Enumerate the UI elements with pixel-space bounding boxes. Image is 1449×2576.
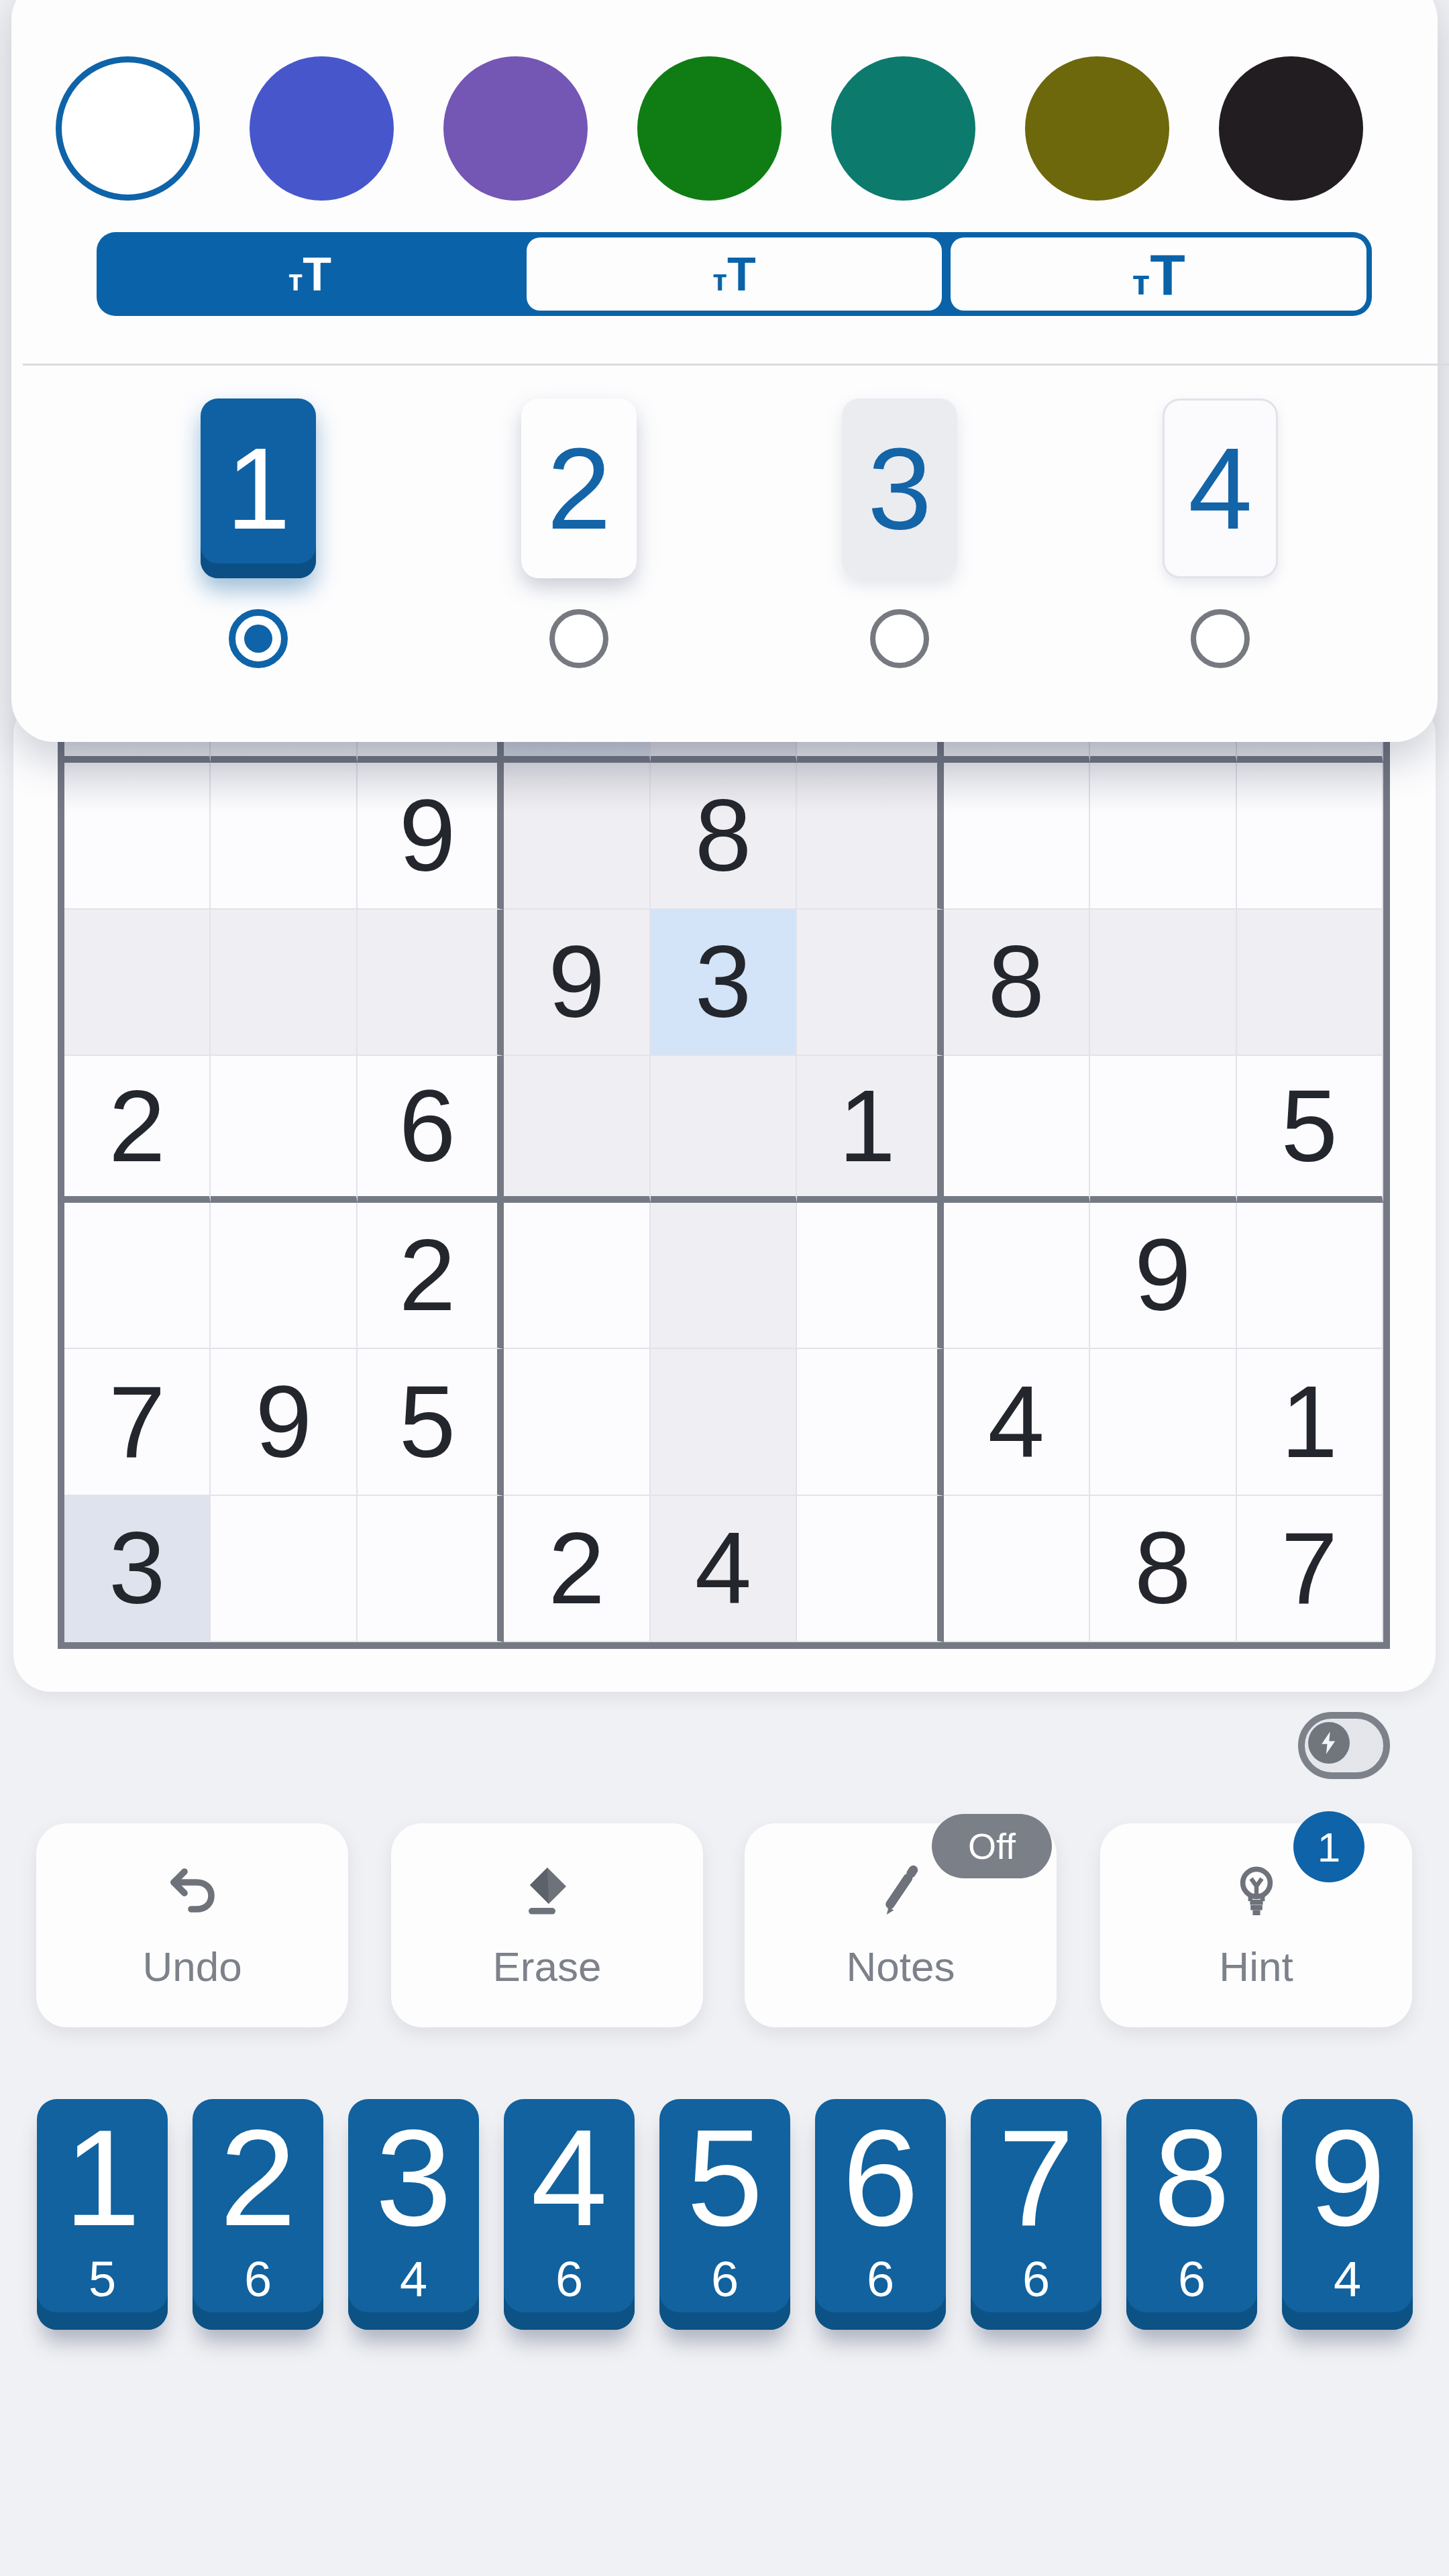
- color-swatch-black[interactable]: [1219, 56, 1363, 201]
- cell-r6c5[interactable]: [651, 1056, 797, 1202]
- cell-r5c5[interactable]: 3: [651, 910, 797, 1056]
- lightbulb-icon: [1224, 1861, 1289, 1925]
- cell-r5c2[interactable]: [211, 910, 357, 1056]
- cell-r6c2[interactable]: [211, 1056, 357, 1202]
- fast-input-toggle[interactable]: [1298, 1712, 1390, 1779]
- undo-icon: [160, 1861, 225, 1925]
- font-size-segmented-control[interactable]: тTтTтT: [97, 232, 1372, 316]
- numpad-digit: 5: [686, 2100, 763, 2255]
- cell-r9c3[interactable]: [358, 1496, 504, 1642]
- cell-r4c8[interactable]: [1090, 763, 1236, 909]
- cell-r7c7[interactable]: [944, 1203, 1090, 1349]
- cell-r9c9[interactable]: 7: [1237, 1496, 1383, 1642]
- pencil-icon: [869, 1861, 933, 1925]
- cell-r8c6[interactable]: [797, 1349, 943, 1495]
- cell-r7c4[interactable]: [504, 1203, 650, 1349]
- appearance-panel: тTтTтT 1234: [11, 0, 1438, 742]
- cell-r9c5[interactable]: 4: [651, 1496, 797, 1642]
- numpad-digit: 1: [64, 2100, 140, 2255]
- hint-count-badge: 1: [1293, 1811, 1364, 1882]
- cell-r4c1[interactable]: [64, 763, 211, 909]
- font-size-option-3[interactable]: тT: [951, 237, 1366, 311]
- color-swatch-row: [56, 56, 1416, 201]
- numpad-key-8[interactable]: 86: [1126, 2099, 1257, 2330]
- numpad-digit: 6: [842, 2100, 918, 2255]
- cell-r5c7[interactable]: 8: [944, 910, 1090, 1056]
- color-swatch-teal[interactable]: [831, 56, 975, 201]
- numpad-remaining-count: 6: [555, 2255, 583, 2304]
- numpad-key-7[interactable]: 76: [971, 2099, 1102, 2330]
- text-size-icon: тT: [1132, 246, 1185, 303]
- cell-r4c5[interactable]: 8: [651, 763, 797, 909]
- numpad-remaining-count: 6: [711, 2255, 739, 2304]
- numpad-key-4[interactable]: 46: [504, 2099, 635, 2330]
- text-size-icon: тT: [712, 251, 755, 298]
- numpad-key-5[interactable]: 56: [659, 2099, 790, 2330]
- key-style-sample-3[interactable]: 3: [842, 398, 957, 578]
- cell-r7c6[interactable]: [797, 1203, 943, 1349]
- color-swatch-purple[interactable]: [443, 56, 588, 201]
- numpad-remaining-count: 6: [244, 2255, 272, 2304]
- cell-r4c6[interactable]: [797, 763, 943, 909]
- numpad-digit: 4: [531, 2100, 607, 2255]
- cell-r8c4[interactable]: [504, 1349, 650, 1495]
- cell-r4c3[interactable]: 9: [358, 763, 504, 909]
- key-style-sample-1[interactable]: 1: [201, 398, 316, 578]
- cell-r6c1[interactable]: 2: [64, 1056, 211, 1202]
- cell-r8c3[interactable]: 5: [358, 1349, 504, 1495]
- undo-label: Undo: [142, 1943, 241, 1990]
- cell-r6c8[interactable]: [1090, 1056, 1236, 1202]
- undo-button[interactable]: Undo: [36, 1823, 348, 2027]
- numpad-remaining-count: 5: [89, 2255, 116, 2304]
- notes-off-badge: Off: [932, 1814, 1052, 1878]
- cell-r6c3[interactable]: 6: [358, 1056, 504, 1202]
- cell-r5c3[interactable]: [358, 910, 504, 1056]
- font-size-option-2[interactable]: тT: [527, 237, 943, 311]
- cell-r9c1[interactable]: 3: [64, 1496, 211, 1642]
- hint-button[interactable]: Hint: [1100, 1823, 1412, 2027]
- cell-r9c2[interactable]: [211, 1496, 357, 1642]
- numpad-digit: 9: [1309, 2100, 1385, 2255]
- cell-r8c2[interactable]: 9: [211, 1349, 357, 1495]
- cell-r9c8[interactable]: 8: [1090, 1496, 1236, 1642]
- cell-r6c6[interactable]: 1: [797, 1056, 943, 1202]
- cell-r8c1[interactable]: 7: [64, 1349, 211, 1495]
- cell-r4c9[interactable]: [1237, 763, 1383, 909]
- cell-r7c3[interactable]: 2: [358, 1203, 504, 1349]
- numpad-digit: 8: [1153, 2100, 1230, 2255]
- eraser-icon: [515, 1861, 580, 1925]
- notes-label: Notes: [847, 1943, 955, 1990]
- color-swatch-olive[interactable]: [1025, 56, 1169, 201]
- cell-r7c2[interactable]: [211, 1203, 357, 1349]
- numpad-remaining-count: 6: [1022, 2255, 1050, 2304]
- key-style-radio-2[interactable]: [549, 609, 608, 668]
- cell-r8c7[interactable]: 4: [944, 1349, 1090, 1495]
- cell-r7c9[interactable]: [1237, 1203, 1383, 1349]
- key-style-radio-3[interactable]: [870, 609, 929, 668]
- numpad-digit: 3: [375, 2100, 451, 2255]
- cell-r4c4[interactable]: [504, 763, 650, 909]
- cell-r8c8[interactable]: [1090, 1349, 1236, 1495]
- erase-button[interactable]: Erase: [391, 1823, 703, 2027]
- key-style-radio-4[interactable]: [1191, 609, 1250, 668]
- numpad-key-3[interactable]: 34: [348, 2099, 479, 2330]
- erase-label: Erase: [493, 1943, 602, 1990]
- numpad-remaining-count: 6: [1178, 2255, 1205, 2304]
- color-swatch-indigo[interactable]: [250, 56, 394, 201]
- cell-r5c8[interactable]: [1090, 910, 1236, 1056]
- cell-r7c5[interactable]: [651, 1203, 797, 1349]
- cell-r4c2[interactable]: [211, 763, 357, 909]
- cell-r6c7[interactable]: [944, 1056, 1090, 1202]
- numpad-digit: 2: [219, 2100, 296, 2255]
- numpad-digit: 7: [998, 2100, 1074, 2255]
- cell-r5c6[interactable]: [797, 910, 943, 1056]
- text-size-icon: тT: [288, 251, 331, 298]
- cell-r5c4[interactable]: 9: [504, 910, 650, 1056]
- cell-r6c4[interactable]: [504, 1056, 650, 1202]
- color-swatch-green[interactable]: [637, 56, 782, 201]
- cell-r9c4[interactable]: 2: [504, 1496, 650, 1642]
- numpad-key-1[interactable]: 15: [37, 2099, 168, 2330]
- cell-r8c9[interactable]: 1: [1237, 1349, 1383, 1495]
- cell-r6c9[interactable]: 5: [1237, 1056, 1383, 1202]
- cell-r7c1[interactable]: [64, 1203, 211, 1349]
- cell-r7c8[interactable]: 9: [1090, 1203, 1236, 1349]
- cell-r5c9[interactable]: [1237, 910, 1383, 1056]
- cell-r5c1[interactable]: [64, 910, 211, 1056]
- key-style-sample-4[interactable]: 4: [1163, 398, 1278, 578]
- numpad-remaining-count: 4: [400, 2255, 427, 2304]
- key-style-radio-1[interactable]: [229, 609, 288, 668]
- key-style-sample-2[interactable]: 2: [521, 398, 637, 578]
- cell-r4c7[interactable]: [944, 763, 1090, 909]
- lightning-icon: [1308, 1722, 1350, 1764]
- numpad-remaining-count: 6: [867, 2255, 894, 2304]
- color-swatch-white[interactable]: [56, 56, 200, 201]
- font-size-option-1[interactable]: тT: [102, 237, 518, 311]
- panel-divider: [23, 364, 1449, 366]
- numpad-key-2[interactable]: 26: [193, 2099, 323, 2330]
- numpad-key-9[interactable]: 94: [1282, 2099, 1413, 2330]
- cell-r9c6[interactable]: [797, 1496, 943, 1642]
- numpad-key-6[interactable]: 66: [815, 2099, 946, 2330]
- cell-r9c7[interactable]: [944, 1496, 1090, 1642]
- cell-r8c5[interactable]: [651, 1349, 797, 1495]
- hint-label: Hint: [1219, 1943, 1293, 1990]
- numpad-remaining-count: 4: [1334, 2255, 1361, 2304]
